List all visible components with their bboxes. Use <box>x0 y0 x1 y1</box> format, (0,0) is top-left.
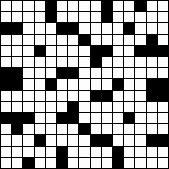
grid-cell[interactable] <box>68 79 78 89</box>
grid-cell[interactable] <box>91 102 101 112</box>
grid-cell[interactable] <box>1 158 11 168</box>
black-cell <box>102 46 112 56</box>
grid-cell[interactable] <box>23 12 33 22</box>
grid-cell[interactable] <box>102 124 112 134</box>
black-cell <box>102 12 112 22</box>
grid-cell[interactable] <box>113 68 123 78</box>
grid-cell[interactable] <box>57 79 67 89</box>
grid-cell[interactable] <box>158 1 168 11</box>
grid-cell[interactable] <box>35 113 45 123</box>
grid-cell[interactable] <box>35 35 45 45</box>
black-cell <box>57 113 67 123</box>
grid-cell[interactable] <box>113 102 123 112</box>
grid-cell[interactable] <box>35 57 45 67</box>
grid-cell[interactable] <box>35 1 45 11</box>
black-cell <box>102 91 112 101</box>
grid-cell[interactable] <box>124 79 134 89</box>
grid-cell[interactable] <box>158 158 168 168</box>
grid-cell[interactable] <box>35 102 45 112</box>
grid-cell[interactable] <box>158 124 168 134</box>
grid-cell[interactable] <box>12 91 22 101</box>
black-cell <box>1 68 11 78</box>
grid-cell[interactable] <box>57 1 67 11</box>
grid-cell[interactable] <box>68 135 78 145</box>
grid-cell[interactable] <box>113 113 123 123</box>
grid-cell[interactable] <box>12 35 22 45</box>
black-cell <box>12 124 22 134</box>
grid-cell[interactable] <box>46 158 56 168</box>
grid-cell[interactable] <box>57 124 67 134</box>
grid-cell[interactable] <box>124 46 134 56</box>
grid-cell[interactable] <box>1 147 11 157</box>
grid-cell[interactable] <box>23 57 33 67</box>
black-cell <box>135 46 145 56</box>
grid-cell[interactable] <box>79 113 89 123</box>
grid-cell[interactable] <box>79 158 89 168</box>
black-cell <box>68 113 78 123</box>
grid-cell[interactable] <box>91 23 101 33</box>
grid-cell[interactable] <box>158 68 168 78</box>
grid-cell[interactable] <box>113 57 123 67</box>
black-cell <box>102 1 112 11</box>
black-cell <box>113 147 123 157</box>
grid-cell[interactable] <box>1 124 11 134</box>
grid-cell[interactable] <box>23 124 33 134</box>
grid-cell[interactable] <box>113 91 123 101</box>
grid-cell[interactable] <box>113 124 123 134</box>
grid-cell[interactable] <box>12 12 22 22</box>
grid-cell[interactable] <box>158 35 168 45</box>
grid-cell[interactable] <box>46 68 56 78</box>
grid-cell[interactable] <box>12 46 22 56</box>
black-cell <box>158 79 168 89</box>
grid-cell[interactable] <box>68 12 78 22</box>
black-cell <box>12 79 22 89</box>
black-cell <box>68 68 78 78</box>
grid-cell[interactable] <box>147 113 157 123</box>
black-cell <box>113 79 123 89</box>
grid-cell[interactable] <box>23 46 33 56</box>
black-cell <box>1 79 11 89</box>
black-cell <box>68 102 78 112</box>
grid-cell[interactable] <box>46 135 56 145</box>
grid-cell[interactable] <box>91 124 101 134</box>
grid-cell[interactable] <box>35 147 45 157</box>
grid-cell[interactable] <box>102 147 112 157</box>
grid-cell[interactable] <box>135 12 145 22</box>
grid-cell[interactable] <box>46 124 56 134</box>
grid-cell[interactable] <box>91 1 101 11</box>
grid-cell[interactable] <box>102 23 112 33</box>
black-cell <box>124 113 134 123</box>
grid-cell[interactable] <box>147 1 157 11</box>
black-cell <box>147 91 157 101</box>
black-cell <box>113 158 123 168</box>
grid-cell[interactable] <box>79 147 89 157</box>
black-cell <box>1 113 11 123</box>
grid-cell[interactable] <box>23 91 33 101</box>
grid-cell[interactable] <box>79 12 89 22</box>
grid-cell[interactable] <box>79 46 89 56</box>
black-cell <box>91 91 101 101</box>
black-cell <box>135 1 145 11</box>
grid-cell[interactable] <box>124 68 134 78</box>
grid-cell[interactable] <box>113 1 123 11</box>
grid-cell[interactable] <box>91 113 101 123</box>
grid-cell[interactable] <box>1 102 11 112</box>
black-cell <box>46 79 56 89</box>
grid-cell[interactable] <box>68 158 78 168</box>
black-cell <box>158 46 168 56</box>
grid-cell[interactable] <box>46 91 56 101</box>
black-cell <box>12 23 22 33</box>
grid-cell[interactable] <box>35 158 45 168</box>
grid-cell[interactable] <box>135 23 145 33</box>
grid-cell[interactable] <box>79 68 89 78</box>
grid-cell[interactable] <box>46 147 56 157</box>
grid-cell[interactable] <box>147 124 157 134</box>
black-cell <box>79 35 89 45</box>
grid-cell[interactable] <box>35 91 45 101</box>
grid-cell[interactable] <box>91 147 101 157</box>
grid-cell[interactable] <box>135 102 145 112</box>
grid-cell[interactable] <box>135 158 145 168</box>
grid-cell[interactable] <box>113 12 123 22</box>
black-cell <box>91 57 101 67</box>
grid-cell[interactable] <box>102 158 112 168</box>
grid-cell[interactable] <box>46 35 56 45</box>
grid-cell[interactable] <box>57 57 67 67</box>
grid-cell[interactable] <box>124 12 134 22</box>
grid-cell[interactable] <box>57 102 67 112</box>
grid-cell[interactable] <box>35 12 45 22</box>
black-cell <box>1 23 11 33</box>
grid-cell[interactable] <box>68 1 78 11</box>
grid-cell[interactable] <box>124 102 134 112</box>
grid-cell[interactable] <box>91 79 101 89</box>
grid-cell[interactable] <box>124 35 134 45</box>
grid-cell[interactable] <box>1 135 11 145</box>
black-cell <box>124 23 134 33</box>
grid-cell[interactable] <box>23 35 33 45</box>
grid-cell[interactable] <box>91 35 101 45</box>
grid-cell[interactable] <box>135 135 145 145</box>
black-cell <box>147 135 157 145</box>
grid-cell[interactable] <box>147 23 157 33</box>
grid-cell[interactable] <box>135 68 145 78</box>
grid-cell[interactable] <box>23 23 33 33</box>
grid-cell[interactable] <box>35 124 45 134</box>
grid-cell[interactable] <box>68 124 78 134</box>
black-cell <box>147 79 157 89</box>
black-cell <box>23 113 33 123</box>
grid-cell[interactable] <box>124 158 134 168</box>
black-cell <box>91 135 101 145</box>
grid-cell[interactable] <box>46 102 56 112</box>
grid-cell[interactable] <box>57 91 67 101</box>
grid-cell[interactable] <box>91 158 101 168</box>
grid-cell[interactable] <box>102 113 112 123</box>
grid-cell[interactable] <box>147 12 157 22</box>
grid-cell[interactable] <box>68 46 78 56</box>
grid-cell[interactable] <box>23 68 33 78</box>
grid-cell[interactable] <box>57 46 67 56</box>
black-cell <box>79 124 89 134</box>
grid-cell[interactable] <box>46 113 56 123</box>
grid-cell[interactable] <box>35 79 45 89</box>
grid-cell[interactable] <box>1 35 11 45</box>
black-cell <box>46 1 56 11</box>
grid-cell[interactable] <box>158 57 168 67</box>
grid-cell[interactable] <box>147 158 157 168</box>
grid-cell[interactable] <box>91 12 101 22</box>
grid-cell[interactable] <box>57 135 67 145</box>
grid-cell[interactable] <box>79 23 89 33</box>
grid-cell[interactable] <box>124 135 134 145</box>
grid-cell[interactable] <box>124 1 134 11</box>
grid-cell[interactable] <box>23 147 33 157</box>
black-cell <box>57 68 67 78</box>
grid-cell[interactable] <box>23 79 33 89</box>
grid-cell[interactable] <box>79 91 89 101</box>
grid-cell[interactable] <box>12 147 22 157</box>
grid-cell[interactable] <box>35 68 45 78</box>
black-cell <box>147 46 157 56</box>
grid-cell[interactable] <box>147 147 157 157</box>
grid-cell[interactable] <box>23 1 33 11</box>
grid-cell[interactable] <box>135 35 145 45</box>
black-cell <box>46 12 56 22</box>
grid-cell[interactable] <box>68 35 78 45</box>
grid-cell[interactable] <box>1 12 11 22</box>
grid-cell[interactable] <box>79 79 89 89</box>
black-cell <box>35 135 45 145</box>
grid-cell[interactable] <box>79 1 89 11</box>
grid-cell[interactable] <box>113 46 123 56</box>
grid-cell[interactable] <box>102 102 112 112</box>
grid-cell[interactable] <box>79 102 89 112</box>
grid-cell[interactable] <box>158 23 168 33</box>
grid-cell[interactable] <box>124 124 134 134</box>
grid-cell[interactable] <box>102 68 112 78</box>
black-cell <box>57 158 67 168</box>
grid-cell[interactable] <box>1 91 11 101</box>
grid-cell[interactable] <box>124 91 134 101</box>
grid-cell[interactable] <box>113 135 123 145</box>
grid-cell[interactable] <box>68 57 78 67</box>
black-cell <box>91 46 101 56</box>
grid-cell[interactable] <box>1 57 11 67</box>
crossword-puzzle <box>0 0 169 169</box>
grid-cell[interactable] <box>135 57 145 67</box>
grid-cell[interactable] <box>68 147 78 157</box>
grid-cell[interactable] <box>46 57 56 67</box>
grid-cell[interactable] <box>102 35 112 45</box>
black-cell <box>158 135 168 145</box>
black-cell <box>68 23 78 33</box>
black-cell <box>147 35 157 45</box>
grid-cell[interactable] <box>1 1 11 11</box>
grid-cell[interactable] <box>12 57 22 67</box>
black-cell <box>158 91 168 101</box>
grid-cell[interactable] <box>124 147 134 157</box>
black-cell <box>12 68 22 78</box>
grid-cell[interactable] <box>12 135 22 145</box>
grid-cell[interactable] <box>1 46 11 56</box>
grid-cell[interactable] <box>23 102 33 112</box>
black-cell <box>23 158 33 168</box>
grid-cell[interactable] <box>158 147 168 157</box>
grid-cell[interactable] <box>135 124 145 134</box>
grid-cell[interactable] <box>147 68 157 78</box>
grid-cell[interactable] <box>135 79 145 89</box>
grid-cell[interactable] <box>46 46 56 56</box>
grid-cell[interactable] <box>102 79 112 89</box>
grid-cell[interactable] <box>147 57 157 67</box>
grid-cell[interactable] <box>158 102 168 112</box>
grid-cell[interactable] <box>46 23 56 33</box>
grid-cell[interactable] <box>35 23 45 33</box>
black-cell <box>57 147 67 157</box>
grid-cell[interactable] <box>91 68 101 78</box>
grid-cell[interactable] <box>79 57 89 67</box>
grid-cell[interactable] <box>158 12 168 22</box>
grid-cell[interactable] <box>113 35 123 45</box>
grid-cell[interactable] <box>57 35 67 45</box>
grid-cell[interactable] <box>12 102 22 112</box>
grid-cell[interactable] <box>79 135 89 145</box>
black-cell <box>12 113 22 123</box>
black-cell <box>102 135 112 145</box>
grid-cell[interactable] <box>68 91 78 101</box>
black-cell <box>57 23 67 33</box>
grid-cell[interactable] <box>135 91 145 101</box>
grid-cell[interactable] <box>57 12 67 22</box>
crossword-grid <box>0 0 169 169</box>
grid-cell[interactable] <box>102 57 112 67</box>
grid-cell[interactable] <box>113 23 123 33</box>
grid-cell[interactable] <box>12 158 22 168</box>
grid-cell[interactable] <box>12 1 22 11</box>
grid-cell[interactable] <box>135 113 145 123</box>
grid-cell[interactable] <box>158 113 168 123</box>
grid-cell[interactable] <box>147 102 157 112</box>
grid-cell[interactable] <box>23 135 33 145</box>
grid-cell[interactable] <box>124 57 134 67</box>
black-cell <box>35 46 45 56</box>
grid-cell[interactable] <box>135 147 145 157</box>
